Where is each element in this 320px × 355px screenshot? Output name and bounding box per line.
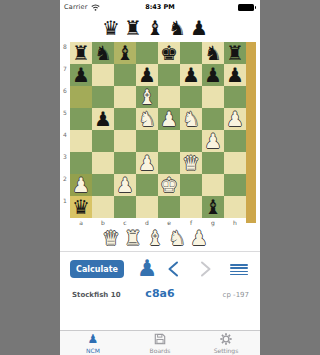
square-h3[interactable]: [224, 152, 246, 174]
pawn-tab-icon: ♟: [71, 333, 115, 346]
white-tray-rook[interactable]: ♜: [122, 226, 144, 250]
tab-bar: ♟ NCM Boards: [60, 330, 260, 355]
square-g4[interactable]: ♟: [202, 130, 224, 152]
white-king-e2: ♚: [160, 174, 178, 196]
square-c3[interactable]: [114, 152, 136, 174]
file-label-a: a: [70, 218, 92, 228]
rank-label-8: 8: [60, 42, 70, 64]
square-b5[interactable]: ♟: [92, 108, 114, 130]
white-pawn-d3: ♟: [138, 152, 156, 174]
black-tray-bishop[interactable]: ♝: [144, 16, 166, 40]
black-pawn-d7: ♟: [138, 64, 156, 86]
rank-label-4: 4: [60, 130, 70, 152]
black-tray-knight[interactable]: ♞: [166, 16, 188, 40]
square-g3[interactable]: [202, 152, 224, 174]
black-pawn-a7: ♟: [72, 64, 90, 86]
tab-ncm[interactable]: ♟ NCM: [71, 333, 115, 354]
white-pawn-g4: ♟: [204, 130, 222, 152]
black-bishop-g1: ♝: [204, 196, 222, 218]
square-h7[interactable]: ♟: [224, 64, 246, 86]
rank-label-5: 5: [60, 108, 70, 130]
square-g5[interactable]: [202, 108, 224, 130]
square-c5[interactable]: [114, 108, 136, 130]
white-pawn-c2: ♟: [116, 174, 134, 196]
square-e4[interactable]: [158, 130, 180, 152]
black-pawn-b5: ♟: [94, 108, 112, 130]
square-b1[interactable]: [92, 196, 114, 218]
square-b3[interactable]: [92, 152, 114, 174]
rank-label-7: 7: [60, 64, 70, 86]
square-g6[interactable]: [202, 86, 224, 108]
square-e3[interactable]: [158, 152, 180, 174]
white-piece-tray: ♛♜♝♞♟: [100, 226, 210, 250]
square-a2[interactable]: ♟: [70, 174, 92, 196]
square-d6[interactable]: ♝: [136, 86, 158, 108]
square-f1[interactable]: [180, 196, 202, 218]
square-d8[interactable]: [136, 42, 158, 64]
square-d4[interactable]: [136, 130, 158, 152]
rank-label-2: 2: [60, 174, 70, 196]
square-f2[interactable]: [180, 174, 202, 196]
square-e1[interactable]: [158, 196, 180, 218]
black-knight-g8: ♞: [204, 42, 222, 64]
square-g1[interactable]: ♝: [202, 196, 224, 218]
white-pawn-a2: ♟: [72, 174, 90, 196]
calculate-button[interactable]: Calculate: [70, 260, 124, 278]
square-d5[interactable]: ♞: [136, 108, 158, 130]
black-queen-a1: ♛: [72, 196, 90, 218]
rank-label-6: 6: [60, 86, 70, 108]
white-tray-knight[interactable]: ♞: [166, 226, 188, 250]
app-screen: Carrier 8:43 PM ♛♜♝♞♟ 87654321 ♜♞♝♚♞♜♟♟♟…: [60, 0, 260, 355]
square-c2[interactable]: ♟: [114, 174, 136, 196]
moves-list-menu-icon[interactable]: [230, 264, 248, 276]
square-e2[interactable]: ♚: [158, 174, 180, 196]
square-a6[interactable]: [70, 86, 92, 108]
file-label-h: h: [224, 218, 246, 228]
tab-boards[interactable]: Boards: [138, 333, 182, 354]
square-b2[interactable]: [92, 174, 114, 196]
black-pawn-f7: ♟: [182, 64, 200, 86]
floppy-disk-icon: [138, 333, 182, 346]
rank-label-1: 1: [60, 196, 70, 218]
square-b7[interactable]: [92, 64, 114, 86]
square-e6[interactable]: [158, 86, 180, 108]
square-b6[interactable]: [92, 86, 114, 108]
previous-move-button[interactable]: [167, 261, 179, 277]
white-tray-queen[interactable]: ♛: [100, 226, 122, 250]
board-right-border: [246, 42, 256, 223]
square-a4[interactable]: [70, 130, 92, 152]
square-a1[interactable]: ♛: [70, 196, 92, 218]
board-grid: ♜♞♝♚♞♜♟♟♟♟♟♝♟♞♟♞♟♟♟♛♟♟♚♛♝: [70, 42, 246, 218]
square-c8[interactable]: ♝: [114, 42, 136, 64]
white-tray-bishop[interactable]: ♝: [144, 226, 166, 250]
square-d1[interactable]: [136, 196, 158, 218]
square-b8[interactable]: ♞: [92, 42, 114, 64]
square-g7[interactable]: ♟: [202, 64, 224, 86]
rank-label-3: 3: [60, 152, 70, 174]
square-a8[interactable]: ♜: [70, 42, 92, 64]
square-d2[interactable]: [136, 174, 158, 196]
black-bishop-c8: ♝: [116, 42, 134, 64]
square-h2[interactable]: [224, 174, 246, 196]
square-a3[interactable]: [70, 152, 92, 174]
clock: 8:43 PM: [60, 3, 260, 11]
black-pawn-g7: ♟: [204, 64, 222, 86]
square-g8[interactable]: ♞: [202, 42, 224, 64]
square-e7[interactable]: [158, 64, 180, 86]
square-f6[interactable]: [180, 86, 202, 108]
turn-indicator-pawn-icon[interactable]: ♟: [135, 254, 159, 282]
battery-icon: [238, 4, 254, 11]
rank-labels: 87654321: [60, 42, 70, 218]
square-b4[interactable]: [92, 130, 114, 152]
tab-settings[interactable]: Settings: [204, 333, 248, 354]
black-piece-tray: ♛♜♝♞♟: [100, 16, 210, 40]
square-h1[interactable]: [224, 196, 246, 218]
square-a5[interactable]: [70, 108, 92, 130]
black-rook-a8: ♜: [72, 42, 90, 64]
black-tray-queen[interactable]: ♛: [100, 16, 122, 40]
white-bishop-d6: ♝: [138, 86, 156, 108]
square-f3[interactable]: ♛: [180, 152, 202, 174]
white-knight-f5: ♞: [182, 108, 200, 130]
black-pawn-h7: ♟: [226, 64, 244, 86]
black-tray-rook[interactable]: ♜: [122, 16, 144, 40]
square-h5[interactable]: ♟: [224, 108, 246, 130]
white-tray-pawn[interactable]: ♟: [188, 226, 210, 250]
eval-text: cp -197: [223, 291, 249, 299]
square-f5[interactable]: ♞: [180, 108, 202, 130]
black-rook-h8: ♜: [226, 42, 244, 64]
square-e5[interactable]: ♟: [158, 108, 180, 130]
square-f4[interactable]: [180, 130, 202, 152]
white-queen-f3: ♛: [182, 152, 200, 174]
square-d7[interactable]: ♟: [136, 64, 158, 86]
square-c1[interactable]: [114, 196, 136, 218]
square-h4[interactable]: [224, 130, 246, 152]
square-f7[interactable]: ♟: [180, 64, 202, 86]
square-c7[interactable]: [114, 64, 136, 86]
square-a7[interactable]: ♟: [70, 64, 92, 86]
next-move-button[interactable]: [200, 261, 212, 277]
square-h6[interactable]: [224, 86, 246, 108]
black-king-e8: ♚: [160, 42, 178, 64]
square-d3[interactable]: ♟: [136, 152, 158, 174]
white-pawn-e5: ♟: [160, 108, 178, 130]
square-c4[interactable]: [114, 130, 136, 152]
square-h8[interactable]: ♜: [224, 42, 246, 64]
square-g2[interactable]: [202, 174, 224, 196]
black-tray-pawn[interactable]: ♟: [188, 16, 210, 40]
white-knight-d5: ♞: [138, 108, 156, 130]
square-e8[interactable]: ♚: [158, 42, 180, 64]
gear-icon: [204, 333, 248, 346]
white-pawn-h5: ♟: [226, 108, 244, 130]
black-knight-b8: ♞: [94, 42, 112, 64]
square-c6[interactable]: [114, 86, 136, 108]
separator-line: [60, 251, 260, 252]
square-f8[interactable]: [180, 42, 202, 64]
